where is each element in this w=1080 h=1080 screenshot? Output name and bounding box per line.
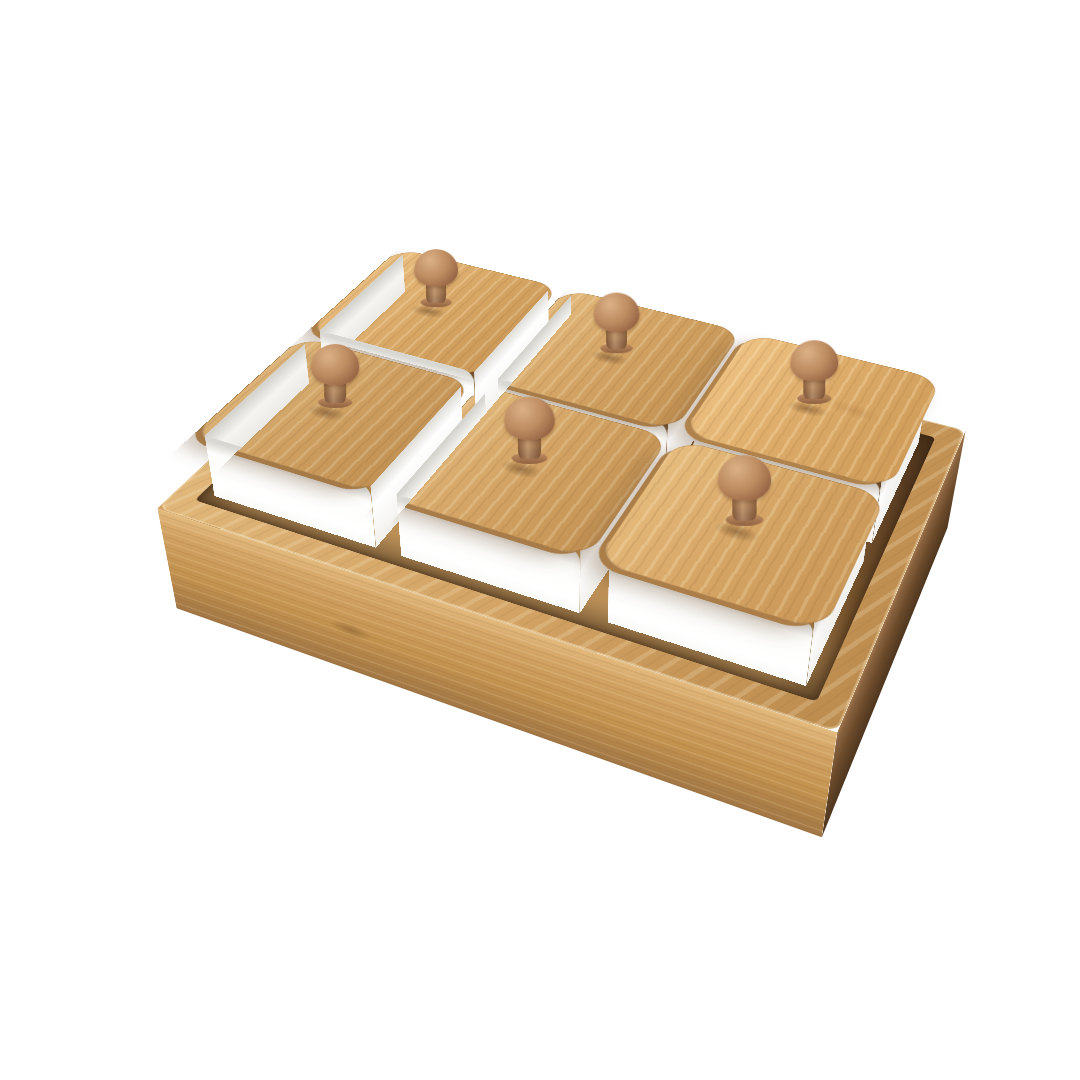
lid-knob xyxy=(716,455,774,526)
knob-cap xyxy=(594,292,640,331)
lid-knob xyxy=(309,344,361,408)
knob-cap xyxy=(504,396,554,439)
bamboo-tray xyxy=(158,286,966,732)
lid-knob xyxy=(502,396,557,463)
lid-knob xyxy=(592,292,641,353)
knob-cap xyxy=(415,249,459,286)
knob-cap xyxy=(718,455,771,500)
knob-cap xyxy=(791,340,839,381)
lid-knob xyxy=(789,340,841,404)
photo-scene xyxy=(0,0,1080,1080)
lid-knob xyxy=(413,249,460,307)
knob-cap xyxy=(311,344,359,385)
product-photo xyxy=(0,0,1080,1080)
